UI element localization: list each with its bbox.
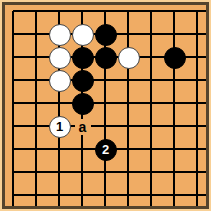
stone-white <box>49 70 71 92</box>
stone-white <box>49 47 71 69</box>
stone-black <box>95 47 117 69</box>
stone-black <box>72 70 94 92</box>
stone-black <box>164 47 186 69</box>
stone-black <box>72 93 94 115</box>
stone-black <box>72 47 94 69</box>
stone-white <box>118 47 140 69</box>
stone-black-move-2: 2 <box>95 139 117 161</box>
stone-white <box>49 24 71 46</box>
stone-white-move-1: 1 <box>49 116 71 138</box>
go-board-diagram: 12a <box>0 0 211 211</box>
stone-black <box>95 24 117 46</box>
point-label-a: a <box>75 119 91 135</box>
stone-white <box>72 24 94 46</box>
board-grid: 12a <box>2 0 209 207</box>
